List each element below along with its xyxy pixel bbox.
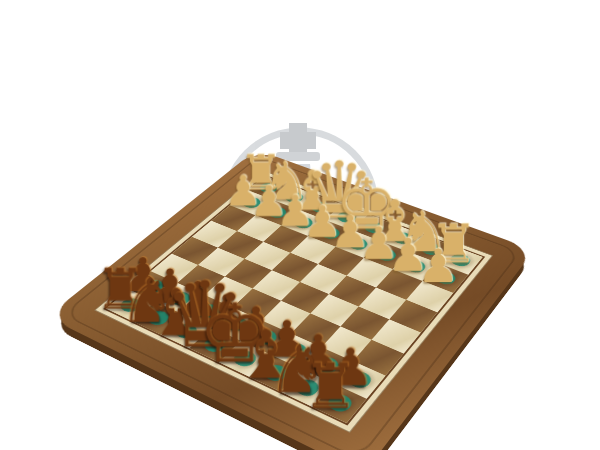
piece-black-rook: ♜	[284, 356, 376, 418]
chess-board: ♜♞♝♛♚♝♞♜♟♟♟♟♟♟♟♟♟♟♟♟♟♟♟♟♜♞♝♛♚♝♞♜	[47, 150, 535, 450]
board-grid: ♜♞♝♛♚♝♞♜♟♟♟♟♟♟♟♟♟♟♟♟♟♟♟♟♜♞♝♛♚♝♞♜	[103, 175, 485, 426]
piece-white-pawn: ♟	[398, 243, 478, 289]
board-border-strip: ♜♞♝♛♚♝♞♜♟♟♟♟♟♟♟♟♟♟♟♟♟♟♟♟♜♞♝♛♚♝♞♜	[94, 171, 493, 433]
square-h8: ♜	[313, 384, 366, 423]
chess-set-photo: ♜♞♝♛♚♝♞♜♟♟♟♟♟♟♟♟♟♟♟♟♟♟♟♟♜♞♝♛♚♝♞♜	[0, 0, 600, 450]
photo-scene: ♜♞♝♛♚♝♞♜♟♟♟♟♟♟♟♟♟♟♟♟♟♟♟♟♜♞♝♛♚♝♞♜	[0, 0, 600, 450]
